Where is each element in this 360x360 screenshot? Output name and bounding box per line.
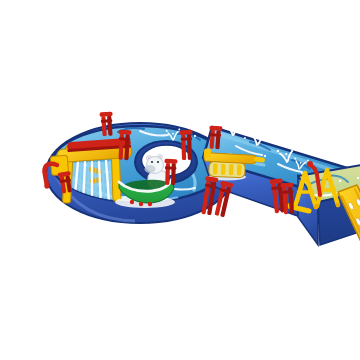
- product-photo: Blue water canal playset: circular canal…: [40, 16, 360, 360]
- playset-illustration: [40, 16, 360, 360]
- hippo-muzzle: [145, 165, 156, 173]
- pontoon-tab: [204, 148, 211, 157]
- splash: [331, 144, 350, 159]
